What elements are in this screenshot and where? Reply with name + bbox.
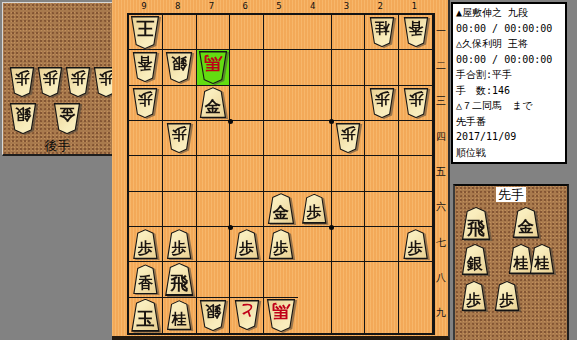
square-7-1[interactable] xyxy=(197,15,231,50)
square-9-7[interactable]: 歩 xyxy=(129,227,163,262)
square-5-4[interactable] xyxy=(264,121,298,156)
square-2-2[interactable] xyxy=(365,50,399,85)
sente-piece-歩[interactable]: 歩 xyxy=(461,281,487,311)
file-label: 9 xyxy=(127,1,161,12)
square-9-8[interactable]: 香 xyxy=(129,262,163,297)
square-1-4[interactable] xyxy=(399,121,433,156)
square-3-6[interactable] xyxy=(332,192,366,227)
square-4-8[interactable] xyxy=(298,262,332,297)
info-line: 先手番 xyxy=(456,114,565,130)
rank-label: 二 xyxy=(433,48,449,83)
square-7-7[interactable] xyxy=(197,227,231,262)
square-7-4[interactable] xyxy=(197,121,231,156)
square-6-4[interactable] xyxy=(230,121,264,156)
square-8-4[interactable]: 歩 xyxy=(163,121,197,156)
square-1-1[interactable]: 香 xyxy=(399,15,433,50)
square-6-6[interactable] xyxy=(230,192,264,227)
rank-labels: 一二三四五六七八九 xyxy=(433,13,449,331)
square-6-7[interactable]: 歩 xyxy=(230,227,264,262)
square-9-9[interactable]: 玉 xyxy=(129,298,163,333)
square-1-7[interactable]: 歩 xyxy=(399,227,433,262)
file-label: 7 xyxy=(195,1,229,12)
square-1-5[interactable] xyxy=(399,156,433,191)
square-9-5[interactable] xyxy=(129,156,163,191)
square-1-3[interactable]: 歩 xyxy=(399,86,433,121)
info-line: 00:00 / 00:00:00 xyxy=(456,52,565,68)
sente-piece-金: 金 xyxy=(199,87,227,118)
info-line: 手 数:146 xyxy=(456,83,565,99)
file-label: 6 xyxy=(228,1,262,12)
gote-piece-と: と xyxy=(234,300,260,330)
info-line: △久保利明 王将 xyxy=(456,36,565,52)
square-1-9[interactable] xyxy=(399,298,433,333)
square-9-4[interactable] xyxy=(129,121,163,156)
sente-tray-label: 先手 xyxy=(455,188,567,202)
square-1-2[interactable] xyxy=(399,50,433,85)
square-3-5[interactable] xyxy=(332,156,366,191)
sente-piece-歩: 歩 xyxy=(301,194,327,224)
square-4-7[interactable] xyxy=(298,227,332,262)
square-4-5[interactable] xyxy=(298,156,332,191)
info-line: △７二同馬 まで xyxy=(456,98,565,114)
file-label: 4 xyxy=(296,1,330,12)
square-7-3[interactable]: 金 xyxy=(197,86,231,121)
square-3-7[interactable] xyxy=(332,227,366,262)
square-4-1[interactable] xyxy=(298,15,332,50)
square-2-8[interactable] xyxy=(365,262,399,297)
square-6-9[interactable]: と xyxy=(230,298,264,333)
square-8-7[interactable]: 歩 xyxy=(163,227,197,262)
info-line: 2017/11/09 xyxy=(456,129,565,145)
sente-piece-金[interactable]: 金 xyxy=(512,207,540,240)
square-7-5[interactable] xyxy=(197,156,231,191)
square-4-4[interactable] xyxy=(298,121,332,156)
gote-piece-王: 王 xyxy=(130,16,160,49)
square-1-8[interactable] xyxy=(399,262,433,297)
square-7-2[interactable]: 馬 xyxy=(197,50,231,85)
file-label: 3 xyxy=(330,1,364,12)
sente-hand-row: 銀桂桂 xyxy=(455,244,555,275)
gote-piece-馬: 馬 xyxy=(198,51,228,84)
square-8-6[interactable] xyxy=(163,192,197,227)
square-6-5[interactable] xyxy=(230,156,264,191)
square-6-8[interactable] xyxy=(230,262,264,297)
square-8-9[interactable]: 桂 xyxy=(163,298,197,333)
gote-piece-銀: 銀 xyxy=(199,300,227,331)
gote-piece-歩: 歩 xyxy=(335,123,361,153)
gote-hand-row: 歩歩歩歩 xyxy=(3,67,119,97)
square-5-5[interactable] xyxy=(264,156,298,191)
sente-hand-row: 飛金 xyxy=(455,207,540,240)
sente-piece-歩[interactable]: 歩 xyxy=(494,281,520,311)
sente-captured-tray: 先手 飛金銀桂桂歩歩 xyxy=(453,184,569,340)
square-2-5[interactable] xyxy=(365,156,399,191)
gote-piece-金[interactable]: 金 xyxy=(53,103,81,134)
sente-piece-桂: 桂 xyxy=(166,300,192,330)
square-5-3[interactable] xyxy=(264,86,298,121)
info-line: 00:00 / 00:00:00 xyxy=(456,21,565,37)
star-point xyxy=(329,225,334,230)
square-3-2[interactable] xyxy=(332,50,366,85)
gote-piece-銀: 銀 xyxy=(165,52,193,83)
square-9-1[interactable]: 王 xyxy=(129,15,163,50)
gote-piece-歩: 歩 xyxy=(403,88,429,118)
gote-piece-歩[interactable]: 歩 xyxy=(65,67,91,97)
gote-piece-桂: 桂 xyxy=(369,17,395,47)
sente-piece-金: 金 xyxy=(267,193,295,224)
shogi-board-panel: 987654321 一二三四五六七八九 王桂香香銀馬歩金歩歩歩歩金歩歩歩歩歩歩香… xyxy=(112,0,450,340)
board-grid: 王桂香香銀馬歩金歩歩歩歩金歩歩歩歩歩歩香飛玉桂銀と馬 xyxy=(127,13,435,335)
square-4-3[interactable] xyxy=(298,86,332,121)
star-point xyxy=(329,119,334,124)
square-7-8[interactable] xyxy=(197,262,231,297)
gote-piece-香: 香 xyxy=(403,17,429,47)
square-9-3[interactable]: 歩 xyxy=(129,86,163,121)
gote-piece-歩[interactable]: 歩 xyxy=(37,67,63,97)
square-8-5[interactable] xyxy=(163,156,197,191)
square-2-9[interactable] xyxy=(365,298,399,333)
sente-piece-飛[interactable]: 飛 xyxy=(461,207,491,240)
square-5-8[interactable] xyxy=(264,262,298,297)
square-2-6[interactable] xyxy=(365,192,399,227)
info-line: ▲屋敷伸之 九段 xyxy=(456,5,565,21)
square-4-9[interactable] xyxy=(298,298,332,333)
square-5-9[interactable]: 馬 xyxy=(264,298,298,333)
sente-hand-row: 歩歩 xyxy=(455,281,520,311)
star-point xyxy=(228,119,233,124)
gote-piece-歩: 歩 xyxy=(369,88,395,118)
sente-piece-桂[interactable]: 桂 xyxy=(529,244,555,275)
sente-piece-銀[interactable]: 銀 xyxy=(461,244,489,275)
star-point xyxy=(228,225,233,230)
sente-piece-歩: 歩 xyxy=(166,229,192,259)
rank-label: 五 xyxy=(433,154,449,189)
gote-piece-歩: 歩 xyxy=(132,88,158,118)
gote-hand-row: 銀金 xyxy=(3,103,81,134)
gote-piece-香: 香 xyxy=(132,52,158,82)
info-line: 順位戦 xyxy=(456,145,565,161)
square-9-6[interactable] xyxy=(129,192,163,227)
sente-piece-歩: 歩 xyxy=(132,229,158,259)
rank-label: 八 xyxy=(433,260,449,295)
file-label: 2 xyxy=(363,1,397,12)
sente-piece-飛: 飛 xyxy=(164,263,194,296)
file-labels: 987654321 xyxy=(127,1,431,12)
square-2-1[interactable]: 桂 xyxy=(365,15,399,50)
rank-label: 七 xyxy=(433,225,449,260)
square-2-4[interactable] xyxy=(365,121,399,156)
square-7-9[interactable]: 銀 xyxy=(197,298,231,333)
sente-piece-歩: 歩 xyxy=(403,229,429,259)
square-7-6[interactable] xyxy=(197,192,231,227)
rank-label: 一 xyxy=(433,13,449,48)
sente-piece-香: 香 xyxy=(132,264,158,294)
rank-label: 六 xyxy=(433,190,449,225)
square-5-1[interactable] xyxy=(264,15,298,50)
square-5-7[interactable]: 歩 xyxy=(264,227,298,262)
square-8-2[interactable]: 銀 xyxy=(163,50,197,85)
file-label: 1 xyxy=(397,1,431,12)
square-3-8[interactable] xyxy=(332,262,366,297)
square-5-6[interactable]: 金 xyxy=(264,192,298,227)
square-9-2[interactable]: 香 xyxy=(129,50,163,85)
sente-piece-歩: 歩 xyxy=(268,229,294,259)
square-8-1[interactable] xyxy=(163,15,197,50)
square-1-6[interactable] xyxy=(399,192,433,227)
gote-piece-歩[interactable]: 歩 xyxy=(9,67,35,97)
gote-piece-銀[interactable]: 銀 xyxy=(9,103,37,134)
square-8-8[interactable]: 飛 xyxy=(163,262,197,297)
square-6-2[interactable] xyxy=(230,50,264,85)
square-2-7[interactable] xyxy=(365,227,399,262)
square-6-3[interactable] xyxy=(230,86,264,121)
rank-label: 四 xyxy=(433,119,449,154)
gote-tray-label: 後手 xyxy=(3,139,112,153)
square-2-3[interactable]: 歩 xyxy=(365,86,399,121)
square-4-6[interactable]: 歩 xyxy=(298,192,332,227)
square-3-1[interactable] xyxy=(332,15,366,50)
gote-captured-tray: 歩歩歩歩銀金 後手 xyxy=(2,2,114,156)
square-3-4[interactable]: 歩 xyxy=(332,121,366,156)
rank-label: 九 xyxy=(433,296,449,331)
sente-piece-歩: 歩 xyxy=(234,229,260,259)
square-5-2[interactable] xyxy=(264,50,298,85)
info-line: 手合割:平手 xyxy=(456,67,565,83)
square-3-9[interactable] xyxy=(332,298,366,333)
game-info-panel: ▲屋敷伸之 九段00:00 / 00:00:00△久保利明 王将00:00 / … xyxy=(451,2,567,164)
square-4-2[interactable] xyxy=(298,50,332,85)
file-label: 8 xyxy=(161,1,195,12)
gote-piece-歩: 歩 xyxy=(166,123,192,153)
rank-label: 三 xyxy=(433,84,449,119)
sente-piece-玉: 玉 xyxy=(130,299,160,332)
gote-piece-馬: 馬 xyxy=(266,299,296,332)
square-6-1[interactable] xyxy=(230,15,264,50)
square-8-3[interactable] xyxy=(163,86,197,121)
square-3-3[interactable] xyxy=(332,86,366,121)
file-label: 5 xyxy=(262,1,296,12)
